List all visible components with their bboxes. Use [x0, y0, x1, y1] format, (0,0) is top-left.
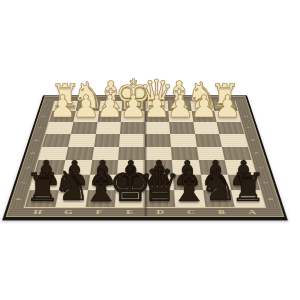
piece-black-rook-a8[interactable]: ♜ [230, 168, 265, 207]
photo-scene: HGFEDCBA HGFEDCBA 12345678 12345678 ♜♞♝♚… [0, 0, 300, 300]
pieces-layer: ♜♞♝♚♛♝♞♜♟♟♟♟♟♟♟♟♟♟♟♟♟♟♟♟♜♞♝♚♛♝♞♜ [0, 0, 300, 300]
piece-white-pawn-a2[interactable]: ♟ [214, 93, 242, 124]
